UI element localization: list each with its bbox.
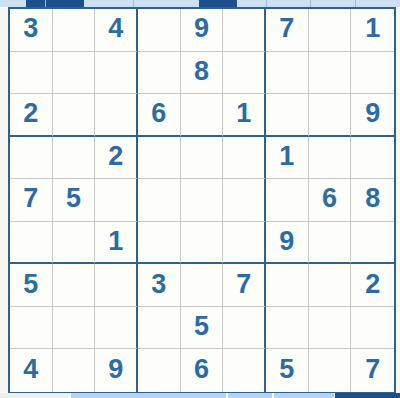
- cell-r6c5[interactable]: [181, 222, 224, 265]
- cell-r9c1[interactable]: 4: [10, 349, 53, 392]
- cell-r2c8[interactable]: [309, 52, 352, 95]
- cell-r3c9[interactable]: 9: [351, 94, 394, 137]
- cell-r2c2[interactable]: [53, 52, 96, 95]
- cell-r6c4[interactable]: [138, 222, 181, 265]
- cell-r9c3[interactable]: 9: [95, 349, 138, 392]
- cell-r2c1[interactable]: [10, 52, 53, 95]
- cell-r6c2[interactable]: [53, 222, 96, 265]
- cell-r1c3[interactable]: 4: [95, 9, 138, 52]
- cell-r9c8[interactable]: [309, 349, 352, 392]
- cell-r6c1[interactable]: [10, 222, 53, 265]
- cell-r7c3[interactable]: [95, 264, 138, 307]
- cell-r7c6[interactable]: 7: [223, 264, 266, 307]
- toolbar-segment: [70, 393, 227, 398]
- cell-r3c1[interactable]: 2: [10, 94, 53, 137]
- cell-r6c8[interactable]: [309, 222, 352, 265]
- cell-r1c1[interactable]: 3: [10, 9, 53, 52]
- cell-r1c6[interactable]: [223, 9, 266, 52]
- cell-r5c6[interactable]: [223, 179, 266, 222]
- cell-r3c8[interactable]: [309, 94, 352, 137]
- cell-r4c1[interactable]: [10, 137, 53, 180]
- cell-r4c3[interactable]: 2: [95, 137, 138, 180]
- cell-r4c4[interactable]: [138, 137, 181, 180]
- cell-r9c9[interactable]: 7: [351, 349, 394, 392]
- cell-r8c6[interactable]: [223, 307, 266, 350]
- cell-r7c5[interactable]: [181, 264, 224, 307]
- cell-r5c7[interactable]: [266, 179, 309, 222]
- bottom-cropped-toolbar: [0, 393, 400, 398]
- toolbar-segment: [227, 393, 273, 398]
- cell-r1c8[interactable]: [309, 9, 352, 52]
- cell-r4c9[interactable]: [351, 137, 394, 180]
- cell-r9c5[interactable]: 6: [181, 349, 224, 392]
- cell-r9c6[interactable]: [223, 349, 266, 392]
- cell-r5c5[interactable]: [181, 179, 224, 222]
- cell-r5c1[interactable]: 7: [10, 179, 53, 222]
- cell-r1c4[interactable]: [138, 9, 181, 52]
- cell-r9c7[interactable]: 5: [266, 349, 309, 392]
- cell-r9c2[interactable]: [53, 349, 96, 392]
- cell-r3c6[interactable]: 1: [223, 94, 266, 137]
- cell-r7c9[interactable]: 2: [351, 264, 394, 307]
- toolbar-divider: [45, 0, 46, 7]
- cell-r2c5[interactable]: 8: [181, 52, 224, 95]
- cell-r5c8[interactable]: 6: [309, 179, 352, 222]
- toolbar-divider: [266, 0, 267, 7]
- toolbar-segment: [273, 393, 335, 398]
- cell-r8c7[interactable]: [266, 307, 309, 350]
- cell-r1c9[interactable]: 1: [351, 9, 394, 52]
- cell-r8c4[interactable]: [138, 307, 181, 350]
- cell-r7c7[interactable]: [266, 264, 309, 307]
- cell-r4c6[interactable]: [223, 137, 266, 180]
- cell-r8c9[interactable]: [351, 307, 394, 350]
- cell-r8c8[interactable]: [309, 307, 352, 350]
- cell-r7c1[interactable]: 5: [10, 264, 53, 307]
- cell-r6c7[interactable]: 9: [266, 222, 309, 265]
- cell-r5c2[interactable]: 5: [53, 179, 96, 222]
- cell-r8c2[interactable]: [53, 307, 96, 350]
- cell-r7c2[interactable]: [53, 264, 96, 307]
- cell-r1c2[interactable]: [53, 9, 96, 52]
- cell-r9c4[interactable]: [138, 349, 181, 392]
- toolbar-divider: [355, 0, 356, 7]
- cell-r1c5[interactable]: 9: [181, 9, 224, 52]
- cell-r3c3[interactable]: [95, 94, 138, 137]
- screen: 3497182619217568195372549657: [0, 0, 400, 398]
- cell-r3c5[interactable]: [181, 94, 224, 137]
- cell-r4c8[interactable]: [309, 137, 352, 180]
- cell-r8c5[interactable]: 5: [181, 307, 224, 350]
- cell-r3c4[interactable]: 6: [138, 94, 181, 137]
- toolbar-segment: [335, 393, 400, 398]
- toolbar-segment: [199, 0, 237, 7]
- cell-r4c5[interactable]: [181, 137, 224, 180]
- cell-r2c9[interactable]: [351, 52, 394, 95]
- cell-r3c2[interactable]: [53, 94, 96, 137]
- cell-r2c3[interactable]: [95, 52, 138, 95]
- cell-r6c3[interactable]: 1: [95, 222, 138, 265]
- cell-r2c7[interactable]: [266, 52, 309, 95]
- cell-r4c7[interactable]: 1: [266, 137, 309, 180]
- cell-r1c7[interactable]: 7: [266, 9, 309, 52]
- cell-r8c3[interactable]: [95, 307, 138, 350]
- sudoku-board: 3497182619217568195372549657: [8, 7, 396, 394]
- cell-r4c2[interactable]: [53, 137, 96, 180]
- cell-r5c4[interactable]: [138, 179, 181, 222]
- cell-r2c4[interactable]: [138, 52, 181, 95]
- cell-r8c1[interactable]: [10, 307, 53, 350]
- cell-r5c9[interactable]: 8: [351, 179, 394, 222]
- cell-r7c8[interactable]: [309, 264, 352, 307]
- cell-r6c9[interactable]: [351, 222, 394, 265]
- cell-r5c3[interactable]: [95, 179, 138, 222]
- toolbar-segment: [26, 0, 84, 7]
- cell-r7c4[interactable]: 3: [138, 264, 181, 307]
- cell-r6c6[interactable]: [223, 222, 266, 265]
- cell-r3c7[interactable]: [266, 94, 309, 137]
- toolbar-divider: [310, 0, 311, 7]
- cell-r2c6[interactable]: [223, 52, 266, 95]
- toolbar-divider: [133, 0, 134, 7]
